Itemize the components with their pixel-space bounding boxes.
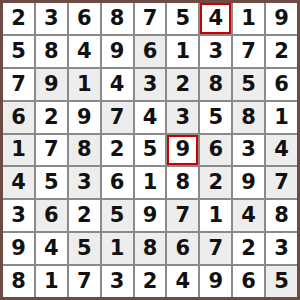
cell-r9c9[interactable]: 5 — [266, 266, 297, 297]
cell-r4c6[interactable]: 3 — [167, 102, 198, 133]
cell-r3c3[interactable]: 1 — [69, 69, 100, 100]
cell-r3c8[interactable]: 5 — [233, 69, 264, 100]
cell-r1c5[interactable]: 7 — [135, 3, 166, 34]
cell-r1c9[interactable]: 9 — [266, 3, 297, 34]
cell-r9c7[interactable]: 9 — [200, 266, 231, 297]
cell-r4c1[interactable]: 6 — [3, 102, 34, 133]
cell-r4c2[interactable]: 2 — [36, 102, 67, 133]
cell-r2c5[interactable]: 6 — [135, 36, 166, 67]
cell-r6c9[interactable]: 7 — [266, 167, 297, 198]
cell-r7c4[interactable]: 5 — [102, 200, 133, 231]
cell-r9c1[interactable]: 8 — [3, 266, 34, 297]
cell-r8c5[interactable]: 8 — [135, 233, 166, 264]
cell-r7c2[interactable]: 6 — [36, 200, 67, 231]
cell-r8c2[interactable]: 4 — [36, 233, 67, 264]
cell-r8c6[interactable]: 6 — [167, 233, 198, 264]
cell-r3c6[interactable]: 2 — [167, 69, 198, 100]
cell-r1c1[interactable]: 2 — [3, 3, 34, 34]
cell-r2c9[interactable]: 2 — [266, 36, 297, 67]
cell-r2c6[interactable]: 1 — [167, 36, 198, 67]
cell-r6c4[interactable]: 6 — [102, 167, 133, 198]
cell-r5c8[interactable]: 3 — [233, 135, 264, 166]
cell-r5c1[interactable]: 1 — [3, 135, 34, 166]
cell-r2c8[interactable]: 7 — [233, 36, 264, 67]
cell-r9c8[interactable]: 6 — [233, 266, 264, 297]
cell-r8c9[interactable]: 3 — [266, 233, 297, 264]
cell-r5c3[interactable]: 8 — [69, 135, 100, 166]
cell-r8c8[interactable]: 2 — [233, 233, 264, 264]
cell-r7c8[interactable]: 4 — [233, 200, 264, 231]
cell-r9c6[interactable]: 4 — [167, 266, 198, 297]
cell-r6c3[interactable]: 3 — [69, 167, 100, 198]
cell-r5c7[interactable]: 6 — [200, 135, 231, 166]
cell-r5c9[interactable]: 4 — [266, 135, 297, 166]
cell-r9c3[interactable]: 7 — [69, 266, 100, 297]
cell-r4c4[interactable]: 7 — [102, 102, 133, 133]
cell-r8c7[interactable]: 7 — [200, 233, 231, 264]
cell-r6c1[interactable]: 4 — [3, 167, 34, 198]
cell-r3c4[interactable]: 4 — [102, 69, 133, 100]
cell-r5c4[interactable]: 2 — [102, 135, 133, 166]
cell-r1c6[interactable]: 5 — [167, 3, 198, 34]
cell-r4c8[interactable]: 8 — [233, 102, 264, 133]
cell-r2c1[interactable]: 5 — [3, 36, 34, 67]
cell-r1c2[interactable]: 3 — [36, 3, 67, 34]
cell-r3c7[interactable]: 8 — [200, 69, 231, 100]
cell-r6c2[interactable]: 5 — [36, 167, 67, 198]
cell-r7c3[interactable]: 2 — [69, 200, 100, 231]
cell-r3c2[interactable]: 9 — [36, 69, 67, 100]
cell-r1c8[interactable]: 1 — [233, 3, 264, 34]
cell-r3c1[interactable]: 7 — [3, 69, 34, 100]
cell-r5c6[interactable]: 9 — [167, 135, 198, 166]
cell-r8c4[interactable]: 1 — [102, 233, 133, 264]
cell-r1c4[interactable]: 8 — [102, 3, 133, 34]
cell-r6c8[interactable]: 9 — [233, 167, 264, 198]
cell-r3c9[interactable]: 6 — [266, 69, 297, 100]
cell-r4c3[interactable]: 9 — [69, 102, 100, 133]
cell-r1c3[interactable]: 6 — [69, 3, 100, 34]
cell-r8c1[interactable]: 9 — [3, 233, 34, 264]
cell-r2c2[interactable]: 8 — [36, 36, 67, 67]
cell-r2c7[interactable]: 3 — [200, 36, 231, 67]
sudoku-board: 2368754195849613727914328566297435811782… — [0, 0, 300, 300]
cell-r4c9[interactable]: 1 — [266, 102, 297, 133]
cell-r4c5[interactable]: 4 — [135, 102, 166, 133]
cell-r7c6[interactable]: 7 — [167, 200, 198, 231]
cell-r9c5[interactable]: 2 — [135, 266, 166, 297]
cell-r5c2[interactable]: 7 — [36, 135, 67, 166]
cell-r7c1[interactable]: 3 — [3, 200, 34, 231]
cell-r7c7[interactable]: 1 — [200, 200, 231, 231]
cell-r5c5[interactable]: 5 — [135, 135, 166, 166]
cell-r2c4[interactable]: 9 — [102, 36, 133, 67]
cell-r2c3[interactable]: 4 — [69, 36, 100, 67]
cell-r1c7[interactable]: 4 — [200, 3, 231, 34]
cell-r9c2[interactable]: 1 — [36, 266, 67, 297]
cell-r7c5[interactable]: 9 — [135, 200, 166, 231]
cell-r6c6[interactable]: 8 — [167, 167, 198, 198]
cell-r9c4[interactable]: 3 — [102, 266, 133, 297]
cell-r8c3[interactable]: 5 — [69, 233, 100, 264]
cell-r6c7[interactable]: 2 — [200, 167, 231, 198]
cell-r4c7[interactable]: 5 — [200, 102, 231, 133]
cell-r7c9[interactable]: 8 — [266, 200, 297, 231]
cell-r3c5[interactable]: 3 — [135, 69, 166, 100]
cell-r6c5[interactable]: 1 — [135, 167, 166, 198]
